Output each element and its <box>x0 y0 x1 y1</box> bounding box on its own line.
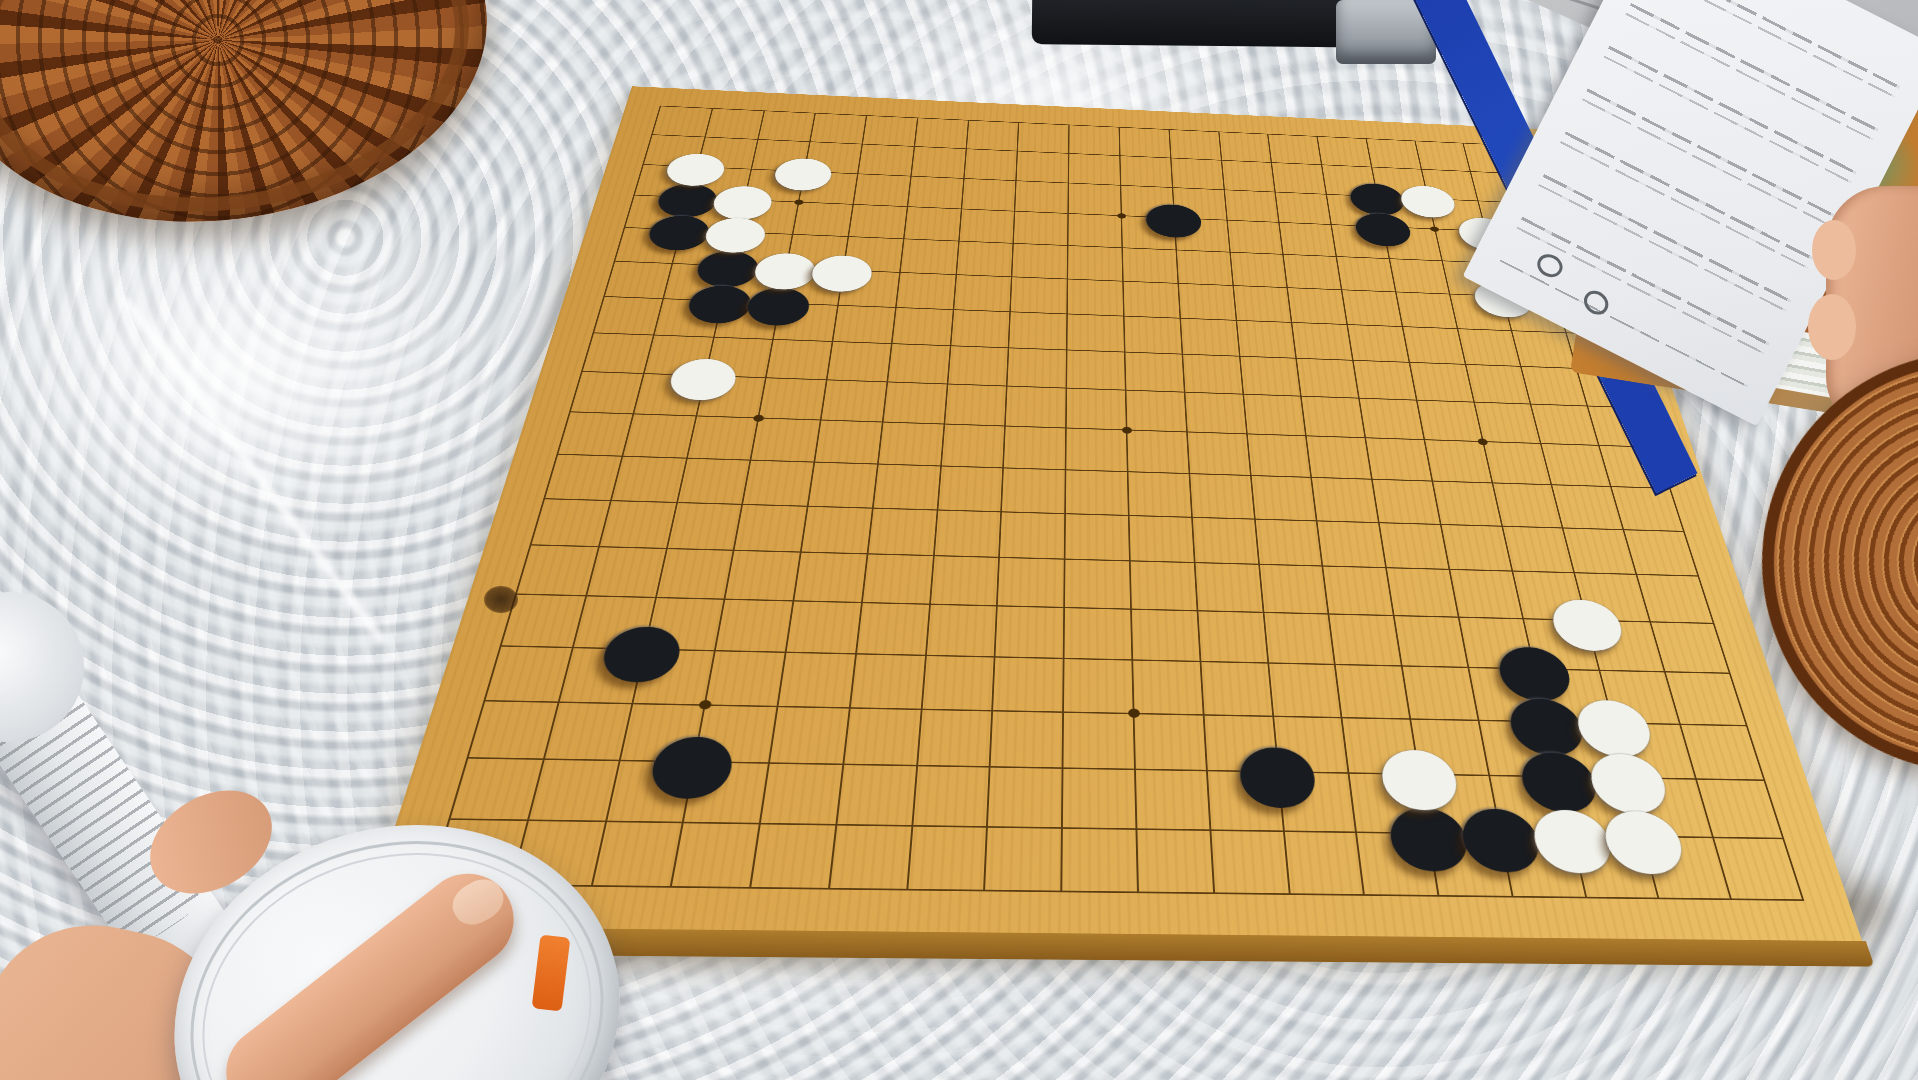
stone-white: ● <box>669 355 739 396</box>
stone-white: ● <box>1548 595 1625 645</box>
stone-black: ● <box>650 732 736 792</box>
fingertip <box>1808 294 1856 360</box>
fingertip <box>1812 220 1856 280</box>
hoshi-point <box>794 199 804 205</box>
stone-black: ● <box>1146 201 1201 235</box>
stone-black: ● <box>601 621 684 676</box>
hoshi-point <box>1477 438 1488 445</box>
stone-white: ● <box>1599 806 1685 867</box>
hoshi-point <box>1117 213 1126 219</box>
stone-white: ● <box>1379 745 1459 804</box>
hoshi-point <box>753 414 765 421</box>
hoshi-point <box>1128 709 1140 718</box>
wood-knot-mark <box>484 586 518 613</box>
hoshi-point <box>698 700 712 710</box>
stone-black: ● <box>1239 742 1316 801</box>
stone-white: ● <box>774 155 833 188</box>
stone-white: ● <box>811 252 873 289</box>
hoshi-point <box>1122 426 1132 433</box>
hoshi-point <box>1430 226 1440 232</box>
stone-white: ● <box>1399 182 1456 214</box>
